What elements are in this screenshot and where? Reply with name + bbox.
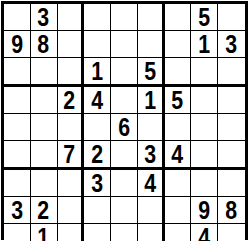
given-digit: 5 <box>144 58 156 84</box>
cell-r2c9[interactable]: 3 <box>218 31 245 58</box>
cell-r7c9[interactable] <box>218 170 245 197</box>
cell-r5c7[interactable] <box>165 114 192 141</box>
cell-r5c5[interactable]: 6 <box>111 114 138 141</box>
cell-r6c9[interactable] <box>218 141 245 170</box>
cell-r6c4[interactable]: 2 <box>84 141 111 170</box>
cell-r7c6[interactable]: 4 <box>138 170 165 197</box>
cell-r4c1[interactable] <box>4 87 31 114</box>
given-digit: 7 <box>64 141 76 167</box>
given-digit: 3 <box>91 170 103 196</box>
cell-r2c4[interactable] <box>84 31 111 58</box>
cell-r5c3[interactable] <box>58 114 85 141</box>
cell-r1c6[interactable] <box>138 4 165 31</box>
given-digit: 4 <box>172 141 184 167</box>
cell-r1c2[interactable]: 3 <box>31 4 58 31</box>
cell-r2c6[interactable] <box>138 31 165 58</box>
sudoku-puzzle-image: 3598131524156723434329814 <box>0 0 249 241</box>
cell-r3c2[interactable] <box>31 58 58 87</box>
given-digit: 4 <box>198 224 210 241</box>
cell-r8c3[interactable] <box>58 197 85 224</box>
cell-r5c8[interactable] <box>191 114 218 141</box>
given-digit: 3 <box>11 197 23 223</box>
cell-r9c5[interactable] <box>111 224 138 241</box>
given-digit: 1 <box>91 58 103 84</box>
cell-r7c8[interactable] <box>191 170 218 197</box>
cell-r3c9[interactable] <box>218 58 245 87</box>
cell-r8c1[interactable]: 3 <box>4 197 31 224</box>
cell-r1c9[interactable] <box>218 4 245 31</box>
cell-r3c1[interactable] <box>4 58 31 87</box>
given-digit: 5 <box>172 87 184 113</box>
given-digit: 4 <box>91 87 103 113</box>
cell-r5c9[interactable] <box>218 114 245 141</box>
given-digit: 1 <box>198 31 210 57</box>
cell-r9c3[interactable] <box>58 224 85 241</box>
cell-r6c7[interactable]: 4 <box>165 141 192 170</box>
cell-r8c7[interactable] <box>165 197 192 224</box>
given-digit: 3 <box>38 4 50 30</box>
cell-r9c2[interactable]: 1 <box>31 224 58 241</box>
cell-r3c8[interactable] <box>191 58 218 87</box>
cell-r6c8[interactable] <box>191 141 218 170</box>
cell-r4c9[interactable] <box>218 87 245 114</box>
given-digit: 1 <box>144 87 156 113</box>
cell-r4c6[interactable]: 1 <box>138 87 165 114</box>
cell-r4c5[interactable] <box>111 87 138 114</box>
cell-r7c3[interactable] <box>58 170 85 197</box>
cell-r4c3[interactable]: 2 <box>58 87 85 114</box>
cell-r8c8[interactable]: 9 <box>191 197 218 224</box>
cell-r2c8[interactable]: 1 <box>191 31 218 58</box>
cell-r2c2[interactable]: 8 <box>31 31 58 58</box>
cell-r9c9[interactable] <box>218 224 245 241</box>
cell-r7c5[interactable] <box>111 170 138 197</box>
cell-r8c4[interactable] <box>84 197 111 224</box>
sudoku-board: 3598131524156723434329814 <box>1 1 248 240</box>
cell-r1c5[interactable] <box>111 4 138 31</box>
cell-r1c4[interactable] <box>84 4 111 31</box>
cell-r7c2[interactable] <box>31 170 58 197</box>
cell-r4c2[interactable] <box>31 87 58 114</box>
cell-r2c1[interactable]: 9 <box>4 31 31 58</box>
cell-r8c9[interactable]: 8 <box>218 197 245 224</box>
cell-r1c1[interactable] <box>4 4 31 31</box>
given-digit: 9 <box>11 31 23 57</box>
given-digit: 4 <box>144 170 156 196</box>
cell-r8c5[interactable] <box>111 197 138 224</box>
cell-r8c2[interactable]: 2 <box>31 197 58 224</box>
cell-r3c3[interactable] <box>58 58 85 87</box>
cell-r3c4[interactable]: 1 <box>84 58 111 87</box>
given-digit: 8 <box>38 31 50 57</box>
cell-r3c6[interactable]: 5 <box>138 58 165 87</box>
given-digit: 8 <box>226 197 238 223</box>
cell-r1c7[interactable] <box>165 4 192 31</box>
cell-r4c4[interactable]: 4 <box>84 87 111 114</box>
cell-r1c3[interactable] <box>58 4 85 31</box>
cell-r5c6[interactable] <box>138 114 165 141</box>
given-digit: 3 <box>144 141 156 167</box>
cell-r1c8[interactable]: 5 <box>191 4 218 31</box>
given-digit: 3 <box>226 31 238 57</box>
given-digit: 5 <box>198 4 210 30</box>
given-digit: 2 <box>38 197 50 223</box>
cell-r2c3[interactable] <box>58 31 85 58</box>
cell-r7c1[interactable] <box>4 170 31 197</box>
cell-r3c7[interactable] <box>165 58 192 87</box>
cell-r6c3[interactable]: 7 <box>58 141 85 170</box>
cell-r9c6[interactable] <box>138 224 165 241</box>
cell-r8c6[interactable] <box>138 197 165 224</box>
cell-r9c1[interactable] <box>4 224 31 241</box>
cell-r4c7[interactable]: 5 <box>165 87 192 114</box>
cell-r2c7[interactable] <box>165 31 192 58</box>
given-digit: 2 <box>91 141 103 167</box>
cell-r4c8[interactable] <box>191 87 218 114</box>
given-digit: 9 <box>198 197 210 223</box>
cell-r7c7[interactable] <box>165 170 192 197</box>
cell-r5c2[interactable] <box>31 114 58 141</box>
cell-r9c4[interactable] <box>84 224 111 241</box>
cell-r6c1[interactable] <box>4 141 31 170</box>
cell-r7c4[interactable]: 3 <box>84 170 111 197</box>
cell-r5c4[interactable] <box>84 114 111 141</box>
cell-r6c5[interactable] <box>111 141 138 170</box>
cell-r6c6[interactable]: 3 <box>138 141 165 170</box>
cell-r9c7[interactable] <box>165 224 192 241</box>
given-digit: 6 <box>118 114 130 140</box>
cell-r2c5[interactable] <box>111 31 138 58</box>
given-digit: 1 <box>38 224 50 241</box>
cell-r6c2[interactable] <box>31 141 58 170</box>
cell-r5c1[interactable] <box>4 114 31 141</box>
cell-r3c5[interactable] <box>111 58 138 87</box>
given-digit: 2 <box>64 87 76 113</box>
cell-r9c8[interactable]: 4 <box>191 224 218 241</box>
